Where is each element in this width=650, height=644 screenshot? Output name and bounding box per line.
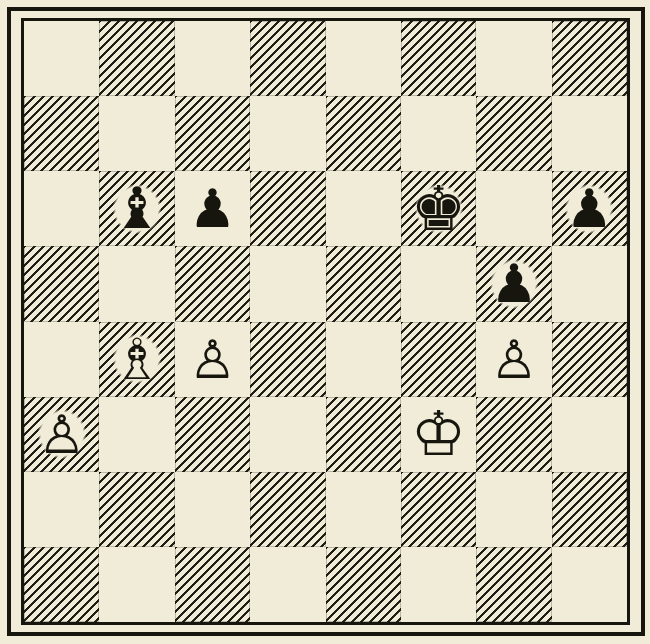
square-f3[interactable]: ♔ [401,397,476,472]
square-d2[interactable] [250,472,325,547]
square-g7[interactable] [476,96,551,171]
square-g4[interactable]: ♙ [476,322,551,397]
square-b5[interactable] [99,246,174,321]
square-c3[interactable] [175,397,250,472]
square-f5[interactable] [401,246,476,321]
square-a7[interactable] [24,96,99,171]
square-a2[interactable] [24,472,99,547]
square-c1[interactable] [175,547,250,622]
square-b1[interactable] [99,547,174,622]
square-b6[interactable]: ♝ [99,171,174,246]
square-e1[interactable] [326,547,401,622]
square-d5[interactable] [250,246,325,321]
square-f7[interactable] [401,96,476,171]
square-d4[interactable] [250,322,325,397]
white-pawn-piece[interactable]: ♙ [480,324,548,394]
white-pawn-piece[interactable]: ♙ [28,399,96,469]
square-f8[interactable] [401,21,476,96]
square-h7[interactable] [552,96,627,171]
square-g1[interactable] [476,547,551,622]
square-f4[interactable] [401,322,476,397]
square-h6[interactable]: ♟ [552,171,627,246]
square-e3[interactable] [326,397,401,472]
square-b7[interactable] [99,96,174,171]
white-bishop-piece[interactable]: ♗ [103,324,171,394]
square-g3[interactable] [476,397,551,472]
square-a8[interactable] [24,21,99,96]
square-e4[interactable] [326,322,401,397]
square-d1[interactable] [250,547,325,622]
square-g6[interactable] [476,171,551,246]
square-a4[interactable] [24,322,99,397]
chess-board: ♝♟♚♟♟♗♙♙♙♔ [24,21,627,622]
square-h2[interactable] [552,472,627,547]
square-e6[interactable] [326,171,401,246]
square-h8[interactable] [552,21,627,96]
square-a6[interactable] [24,171,99,246]
black-pawn-piece[interactable]: ♟ [555,174,623,244]
square-c7[interactable] [175,96,250,171]
square-h5[interactable] [552,246,627,321]
white-pawn-piece[interactable]: ♙ [178,324,246,394]
square-e7[interactable] [326,96,401,171]
square-c6[interactable]: ♟ [175,171,250,246]
square-g2[interactable] [476,472,551,547]
black-pawn-piece[interactable]: ♟ [178,174,246,244]
square-c2[interactable] [175,472,250,547]
square-d7[interactable] [250,96,325,171]
black-bishop-piece[interactable]: ♝ [103,174,171,244]
square-b3[interactable] [99,397,174,472]
square-d3[interactable] [250,397,325,472]
black-king-piece[interactable]: ♚ [405,174,473,244]
square-g5[interactable]: ♟ [476,246,551,321]
square-c5[interactable] [175,246,250,321]
black-pawn-piece[interactable]: ♟ [480,249,548,319]
square-g8[interactable] [476,21,551,96]
square-e2[interactable] [326,472,401,547]
square-d8[interactable] [250,21,325,96]
white-king-piece[interactable]: ♔ [405,399,473,469]
square-c8[interactable] [175,21,250,96]
square-h4[interactable] [552,322,627,397]
square-f6[interactable]: ♚ [401,171,476,246]
square-b4[interactable]: ♗ [99,322,174,397]
square-a3[interactable]: ♙ [24,397,99,472]
square-b8[interactable] [99,21,174,96]
square-e5[interactable] [326,246,401,321]
square-c4[interactable]: ♙ [175,322,250,397]
square-f2[interactable] [401,472,476,547]
square-a1[interactable] [24,547,99,622]
square-h3[interactable] [552,397,627,472]
square-b2[interactable] [99,472,174,547]
square-f1[interactable] [401,547,476,622]
square-h1[interactable] [552,547,627,622]
square-a5[interactable] [24,246,99,321]
square-d6[interactable] [250,171,325,246]
board-border-frame: ♝♟♚♟♟♗♙♙♙♔ [21,18,630,625]
square-e8[interactable] [326,21,401,96]
